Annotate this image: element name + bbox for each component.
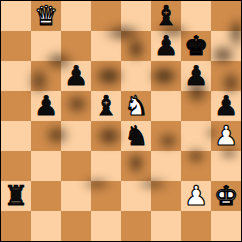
square-a5[interactable] — [1, 91, 31, 121]
square-a4[interactable] — [1, 121, 31, 151]
black-bishop-piece: ♝ — [94, 91, 118, 121]
square-c4[interactable] — [61, 121, 91, 151]
black-pawn-piece: ♟ — [64, 61, 88, 91]
white-pawn-piece: ♟ — [214, 121, 238, 151]
square-e3[interactable] — [121, 151, 151, 181]
square-e7[interactable] — [121, 31, 151, 61]
square-e4[interactable]: ♞ — [121, 121, 151, 151]
black-pawn-piece: ♟ — [154, 31, 178, 61]
black-king-piece: ♚ — [184, 31, 208, 61]
square-a7[interactable] — [1, 31, 31, 61]
black-pawn-piece: ♟ — [214, 91, 238, 121]
square-h1[interactable] — [211, 211, 241, 241]
square-h6[interactable] — [211, 61, 241, 91]
square-f4[interactable] — [151, 121, 181, 151]
square-g1[interactable] — [181, 211, 211, 241]
white-king-piece: ♚ — [214, 181, 238, 211]
square-g3[interactable] — [181, 151, 211, 181]
square-g6[interactable]: ♟ — [181, 61, 211, 91]
square-h4[interactable]: ♟ — [211, 121, 241, 151]
square-d1[interactable] — [91, 211, 121, 241]
square-b8[interactable]: ♛ — [31, 1, 61, 31]
square-h8[interactable] — [211, 1, 241, 31]
square-f7[interactable]: ♟ — [151, 31, 181, 61]
square-a8[interactable] — [1, 1, 31, 31]
square-c7[interactable] — [61, 31, 91, 61]
square-d6[interactable] — [91, 61, 121, 91]
square-d5[interactable]: ♝ — [91, 91, 121, 121]
square-d3[interactable] — [91, 151, 121, 181]
black-pawn-piece: ♟ — [34, 91, 58, 121]
square-e2[interactable] — [121, 181, 151, 211]
square-h5[interactable]: ♟ — [211, 91, 241, 121]
square-h2[interactable]: ♚ — [211, 181, 241, 211]
square-a2[interactable]: ♜ — [1, 181, 31, 211]
square-d4[interactable] — [91, 121, 121, 151]
square-c1[interactable] — [61, 211, 91, 241]
square-d8[interactable] — [91, 1, 121, 31]
square-d2[interactable] — [91, 181, 121, 211]
chessboard-screenshot: ♛♝♟♚♟♟♟♝♞♟♞♟♜♟♚ — [0, 0, 242, 242]
square-b5[interactable]: ♟ — [31, 91, 61, 121]
square-b1[interactable] — [31, 211, 61, 241]
square-g4[interactable] — [181, 121, 211, 151]
square-f5[interactable] — [151, 91, 181, 121]
square-f1[interactable] — [151, 211, 181, 241]
square-e5[interactable]: ♞ — [121, 91, 151, 121]
square-f3[interactable] — [151, 151, 181, 181]
square-h3[interactable] — [211, 151, 241, 181]
square-b2[interactable] — [31, 181, 61, 211]
black-pawn-piece: ♟ — [184, 61, 208, 91]
square-f2[interactable] — [151, 181, 181, 211]
chess-board: ♛♝♟♚♟♟♟♝♞♟♞♟♜♟♚ — [1, 1, 241, 241]
square-b7[interactable] — [31, 31, 61, 61]
black-knight-piece: ♞ — [124, 121, 148, 151]
black-bishop-piece: ♝ — [154, 1, 178, 31]
white-queen-piece: ♛ — [34, 1, 58, 31]
black-rook-piece: ♜ — [4, 181, 28, 211]
square-a6[interactable] — [1, 61, 31, 91]
square-d7[interactable] — [91, 31, 121, 61]
square-f8[interactable]: ♝ — [151, 1, 181, 31]
square-f6[interactable] — [151, 61, 181, 91]
square-e8[interactable] — [121, 1, 151, 31]
square-a1[interactable] — [1, 211, 31, 241]
square-g7[interactable]: ♚ — [181, 31, 211, 61]
square-b3[interactable] — [31, 151, 61, 181]
square-b4[interactable] — [31, 121, 61, 151]
square-g8[interactable] — [181, 1, 211, 31]
square-e6[interactable] — [121, 61, 151, 91]
square-c5[interactable] — [61, 91, 91, 121]
white-knight-piece: ♞ — [124, 91, 148, 121]
square-e1[interactable] — [121, 211, 151, 241]
square-c3[interactable] — [61, 151, 91, 181]
square-c2[interactable] — [61, 181, 91, 211]
square-h7[interactable] — [211, 31, 241, 61]
square-g5[interactable] — [181, 91, 211, 121]
square-a3[interactable] — [1, 151, 31, 181]
square-c8[interactable] — [61, 1, 91, 31]
square-c6[interactable]: ♟ — [61, 61, 91, 91]
white-pawn-piece: ♟ — [184, 181, 208, 211]
square-b6[interactable] — [31, 61, 61, 91]
square-g2[interactable]: ♟ — [181, 181, 211, 211]
